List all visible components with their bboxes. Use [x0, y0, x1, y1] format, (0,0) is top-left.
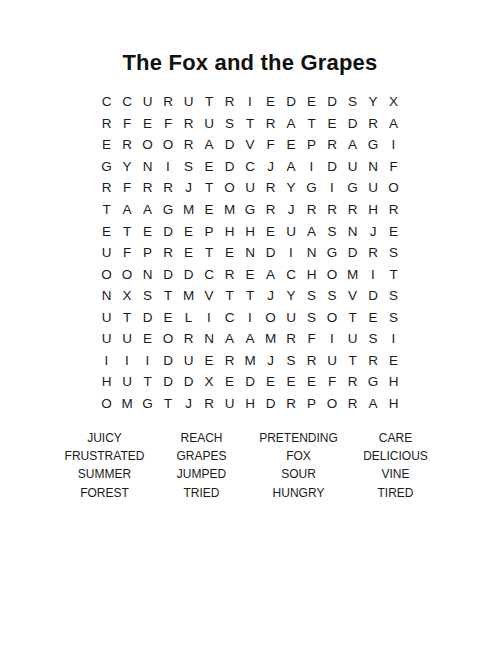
grid-cell-r13c7[interactable]: R	[219, 350, 240, 372]
grid-cell-r1c7[interactable]: R	[219, 91, 240, 113]
grid-cell-r7c13[interactable]: N	[342, 220, 363, 242]
grid-cell-r7c7[interactable]: H	[219, 220, 240, 242]
grid-cell-r6c15[interactable]: R	[383, 199, 404, 221]
grid-cell-r14c12[interactable]: F	[322, 371, 343, 393]
grid-cell-r15c11[interactable]: P	[301, 393, 322, 415]
grid-cell-r10c15[interactable]: S	[383, 285, 404, 307]
grid-cell-r5c4[interactable]: R	[158, 177, 179, 199]
grid-cell-r13c2[interactable]: I	[117, 350, 138, 372]
grid-cell-r7c5[interactable]: E	[178, 220, 199, 242]
grid-cell-r8c5[interactable]: E	[178, 242, 199, 264]
grid-cell-r3c14[interactable]: G	[363, 134, 384, 156]
grid-cell-r9c6[interactable]: C	[199, 263, 220, 285]
word-item-fox: FOX	[250, 447, 347, 465]
grid-cell-r4c13[interactable]: U	[342, 156, 363, 178]
grid-cell-r12c14[interactable]: S	[363, 328, 384, 350]
grid-cell-r3c2[interactable]: R	[117, 134, 138, 156]
grid-cell-r1c6[interactable]: T	[199, 91, 220, 113]
grid-cell-r6c4[interactable]: G	[158, 199, 179, 221]
grid-cell-r10c11[interactable]: S	[301, 285, 322, 307]
grid-cell-r5c6[interactable]: T	[199, 177, 220, 199]
grid-cell-r11c4[interactable]: E	[158, 306, 179, 328]
grid-cell-r8c1[interactable]: U	[96, 242, 117, 264]
grid-cell-r9c14[interactable]: I	[363, 263, 384, 285]
word-search-grid: CCURUTRIEDEDSYXRFEFRUSTRATEDRAEROORADVFE…	[96, 91, 404, 414]
grid-cell-r2c12[interactable]: E	[322, 113, 343, 135]
grid-cell-r3c9[interactable]: F	[260, 134, 281, 156]
grid-cell-r11c14[interactable]: E	[363, 306, 384, 328]
grid-cell-r4c9[interactable]: J	[260, 156, 281, 178]
grid-cell-r7c4[interactable]: D	[158, 220, 179, 242]
grid-cell-r7c12[interactable]: S	[322, 220, 343, 242]
grid-cell-r2c6[interactable]: U	[199, 113, 220, 135]
grid-cell-r14c7[interactable]: E	[219, 371, 240, 393]
grid-cell-r4c8[interactable]: C	[240, 156, 261, 178]
grid-cell-r9c9[interactable]: A	[260, 263, 281, 285]
puzzle-title: The Fox and the Grapes	[0, 50, 500, 76]
word-item-frustrated: FRUSTRATED	[56, 447, 153, 465]
grid-cell-r15c9[interactable]: D	[260, 393, 281, 415]
grid-cell-r8c2[interactable]: F	[117, 242, 138, 264]
grid-cell-r14c5[interactable]: D	[178, 371, 199, 393]
grid-cell-r9c4[interactable]: D	[158, 263, 179, 285]
grid-cell-r2c15[interactable]: A	[383, 113, 404, 135]
grid-cell-r9c12[interactable]: O	[322, 263, 343, 285]
grid-cell-r12c10[interactable]: R	[281, 328, 302, 350]
grid-cell-r12c3[interactable]: E	[137, 328, 158, 350]
word-item-sour: SOUR	[250, 465, 347, 483]
grid-cell-r12c5[interactable]: R	[178, 328, 199, 350]
word-item-delicious: DELICIOUS	[347, 447, 444, 465]
word-item-care: CARE	[347, 429, 444, 447]
grid-cell-r12c1[interactable]: U	[96, 328, 117, 350]
grid-cell-r6c6[interactable]: E	[199, 199, 220, 221]
grid-cell-r1c15[interactable]: X	[383, 91, 404, 113]
grid-cell-r14c4[interactable]: D	[158, 371, 179, 393]
grid-cell-r15c12[interactable]: O	[322, 393, 343, 415]
word-item-summer: SUMMER	[56, 465, 153, 483]
grid-cell-r10c7[interactable]: T	[219, 285, 240, 307]
grid-cell-r4c14[interactable]: N	[363, 156, 384, 178]
grid-cell-r12c8[interactable]: A	[240, 328, 261, 350]
grid-cell-r9c8[interactable]: E	[240, 263, 261, 285]
grid-cell-r11c6[interactable]: I	[199, 306, 220, 328]
grid-cell-r4c2[interactable]: Y	[117, 156, 138, 178]
grid-cell-r9c10[interactable]: C	[281, 263, 302, 285]
grid-cell-r8c13[interactable]: D	[342, 242, 363, 264]
grid-cell-r12c2[interactable]: U	[117, 328, 138, 350]
grid-cell-r2c2[interactable]: F	[117, 113, 138, 135]
grid-cell-r5c15[interactable]: O	[383, 177, 404, 199]
grid-cell-r12c6[interactable]: N	[199, 328, 220, 350]
grid-cell-r15c1[interactable]: O	[96, 393, 117, 415]
grid-cell-r14c11[interactable]: E	[301, 371, 322, 393]
grid-cell-r3c8[interactable]: V	[240, 134, 261, 156]
grid-cell-r11c9[interactable]: O	[260, 306, 281, 328]
grid-cell-r10c14[interactable]: D	[363, 285, 384, 307]
grid-cell-r4c3[interactable]: N	[137, 156, 158, 178]
grid-cell-r9c15[interactable]: T	[383, 263, 404, 285]
grid-cell-r14c2[interactable]: U	[117, 371, 138, 393]
grid-cell-r14c6[interactable]: X	[199, 371, 220, 393]
grid-cell-r2c10[interactable]: A	[281, 113, 302, 135]
grid-cell-r1c10[interactable]: D	[281, 91, 302, 113]
grid-cell-r8c8[interactable]: N	[240, 242, 261, 264]
grid-cell-r9c1[interactable]: O	[96, 263, 117, 285]
grid-cell-r7c15[interactable]: E	[383, 220, 404, 242]
grid-cell-r10c5[interactable]: M	[178, 285, 199, 307]
grid-cell-r9c3[interactable]: N	[137, 263, 158, 285]
grid-cell-r13c3[interactable]: I	[137, 350, 158, 372]
word-item-grapes: GRAPES	[153, 447, 250, 465]
word-item-pretending: PRETENDING	[250, 429, 347, 447]
grid-cell-r13c14[interactable]: R	[363, 350, 384, 372]
grid-cell-r11c1[interactable]: U	[96, 306, 117, 328]
grid-cell-r6c13[interactable]: R	[342, 199, 363, 221]
grid-cell-r14c14[interactable]: G	[363, 371, 384, 393]
grid-cell-r9c5[interactable]: D	[178, 263, 199, 285]
grid-cell-r9c11[interactable]: H	[301, 263, 322, 285]
grid-cell-r4c4[interactable]: I	[158, 156, 179, 178]
grid-cell-r14c1[interactable]: H	[96, 371, 117, 393]
grid-cell-r7c9[interactable]: E	[260, 220, 281, 242]
grid-cell-r13c10[interactable]: S	[281, 350, 302, 372]
grid-cell-r10c9[interactable]: J	[260, 285, 281, 307]
grid-cell-r8c6[interactable]: T	[199, 242, 220, 264]
grid-cell-r2c13[interactable]: D	[342, 113, 363, 135]
grid-cell-r10c8[interactable]: T	[240, 285, 261, 307]
grid-cell-r13c15[interactable]: E	[383, 350, 404, 372]
grid-cell-r10c13[interactable]: V	[342, 285, 363, 307]
grid-cell-r6c2[interactable]: A	[117, 199, 138, 221]
grid-cell-r6c1[interactable]: T	[96, 199, 117, 221]
grid-cell-r7c8[interactable]: H	[240, 220, 261, 242]
grid-cell-r11c7[interactable]: C	[219, 306, 240, 328]
grid-cell-r5c9[interactable]: R	[260, 177, 281, 199]
grid-cell-r11c15[interactable]: S	[383, 306, 404, 328]
grid-cell-r13c9[interactable]: J	[260, 350, 281, 372]
grid-cell-r14c13[interactable]: R	[342, 371, 363, 393]
grid-cell-r5c11[interactable]: G	[301, 177, 322, 199]
word-search-page: The Fox and the Grapes CCURUTRIEDEDSYXRF…	[0, 0, 500, 647]
grid-cell-r13c5[interactable]: U	[178, 350, 199, 372]
grid-cell-r7c6[interactable]: P	[199, 220, 220, 242]
grid-cell-r2c14[interactable]: R	[363, 113, 384, 135]
word-item-jumped: JUMPED	[153, 465, 250, 483]
grid-cell-r14c15[interactable]: H	[383, 371, 404, 393]
grid-cell-r15c8[interactable]: H	[240, 393, 261, 415]
word-item-hungry: HUNGRY	[250, 484, 347, 502]
grid-cell-r15c3[interactable]: G	[137, 393, 158, 415]
grid-cell-r15c13[interactable]: R	[342, 393, 363, 415]
grid-cell-r13c4[interactable]: D	[158, 350, 179, 372]
word-item-juicy: JUICY	[56, 429, 153, 447]
grid-cell-r5c7[interactable]: O	[219, 177, 240, 199]
grid-cell-r3c5[interactable]: R	[178, 134, 199, 156]
grid-cell-r4c12[interactable]: D	[322, 156, 343, 178]
grid-cell-r13c8[interactable]: M	[240, 350, 261, 372]
grid-cell-r15c15[interactable]: H	[383, 393, 404, 415]
grid-cell-r6c7[interactable]: M	[219, 199, 240, 221]
grid-cell-r12c7[interactable]: A	[219, 328, 240, 350]
grid-cell-r13c11[interactable]: R	[301, 350, 322, 372]
grid-cell-r7c2[interactable]: T	[117, 220, 138, 242]
grid-cell-r3c10[interactable]: E	[281, 134, 302, 156]
grid-cell-r5c2[interactable]: F	[117, 177, 138, 199]
grid-cell-r8c7[interactable]: E	[219, 242, 240, 264]
grid-cell-r1c9[interactable]: E	[260, 91, 281, 113]
grid-cell-r1c4[interactable]: R	[158, 91, 179, 113]
grid-cell-r14c9[interactable]: E	[260, 371, 281, 393]
grid-cell-r5c5[interactable]: J	[178, 177, 199, 199]
grid-cell-r3c12[interactable]: R	[322, 134, 343, 156]
grid-cell-r12c13[interactable]: U	[342, 328, 363, 350]
grid-cell-r3c6[interactable]: A	[199, 134, 220, 156]
grid-cell-r15c4[interactable]: T	[158, 393, 179, 415]
grid-cell-r11c5[interactable]: L	[178, 306, 199, 328]
grid-cell-r11c3[interactable]: D	[137, 306, 158, 328]
grid-cell-r14c8[interactable]: D	[240, 371, 261, 393]
grid-cell-r4c1[interactable]: G	[96, 156, 117, 178]
grid-cell-r8c11[interactable]: N	[301, 242, 322, 264]
grid-cell-r1c11[interactable]: E	[301, 91, 322, 113]
grid-cell-r8c3[interactable]: P	[137, 242, 158, 264]
word-item-tired: TIRED	[347, 484, 444, 502]
grid-cell-r11c10[interactable]: U	[281, 306, 302, 328]
grid-cell-r11c11[interactable]: S	[301, 306, 322, 328]
grid-cell-r1c8[interactable]: I	[240, 91, 261, 113]
grid-cell-r7c14[interactable]: J	[363, 220, 384, 242]
grid-cell-r4c10[interactable]: A	[281, 156, 302, 178]
word-list: JUICYREACHPRETENDINGCAREFRUSTRATEDGRAPES…	[56, 429, 444, 502]
grid-cell-r12c9[interactable]: M	[260, 328, 281, 350]
grid-cell-r15c5[interactable]: J	[178, 393, 199, 415]
grid-cell-r2c4[interactable]: F	[158, 113, 179, 135]
grid-cell-r8c4[interactable]: R	[158, 242, 179, 264]
grid-cell-r14c10[interactable]: E	[281, 371, 302, 393]
grid-cell-r6c3[interactable]: A	[137, 199, 158, 221]
word-item-tried: TRIED	[153, 484, 250, 502]
grid-cell-r2c1[interactable]: R	[96, 113, 117, 135]
grid-cell-r5c1[interactable]: R	[96, 177, 117, 199]
grid-cell-r5c8[interactable]: U	[240, 177, 261, 199]
grid-cell-r5c13[interactable]: G	[342, 177, 363, 199]
grid-cell-r7c1[interactable]: E	[96, 220, 117, 242]
grid-cell-r3c3[interactable]: O	[137, 134, 158, 156]
grid-cell-r7c11[interactable]: A	[301, 220, 322, 242]
grid-cell-r13c6[interactable]: E	[199, 350, 220, 372]
grid-cell-r11c13[interactable]: T	[342, 306, 363, 328]
grid-cell-r13c12[interactable]: U	[322, 350, 343, 372]
grid-cell-r7c10[interactable]: U	[281, 220, 302, 242]
grid-cell-r11c8[interactable]: I	[240, 306, 261, 328]
grid-cell-r4c7[interactable]: D	[219, 156, 240, 178]
grid-cell-r4c6[interactable]: E	[199, 156, 220, 178]
grid-cell-r2c7[interactable]: S	[219, 113, 240, 135]
grid-cell-r6c12[interactable]: R	[322, 199, 343, 221]
grid-cell-r6c11[interactable]: R	[301, 199, 322, 221]
grid-cell-r1c14[interactable]: Y	[363, 91, 384, 113]
grid-cell-r10c12[interactable]: S	[322, 285, 343, 307]
grid-cell-r12c4[interactable]: O	[158, 328, 179, 350]
grid-cell-r12c12[interactable]: I	[322, 328, 343, 350]
grid-cell-r14c3[interactable]: T	[137, 371, 158, 393]
grid-cell-r8c10[interactable]: I	[281, 242, 302, 264]
grid-cell-r8c15[interactable]: S	[383, 242, 404, 264]
grid-cell-r10c10[interactable]: Y	[281, 285, 302, 307]
grid-cell-r1c2[interactable]: C	[117, 91, 138, 113]
grid-cell-r12c15[interactable]: I	[383, 328, 404, 350]
grid-cell-r4c15[interactable]: F	[383, 156, 404, 178]
grid-cell-r2c3[interactable]: E	[137, 113, 158, 135]
grid-cell-r15c10[interactable]: R	[281, 393, 302, 415]
grid-cell-r9c7[interactable]: R	[219, 263, 240, 285]
grid-cell-r3c15[interactable]: I	[383, 134, 404, 156]
grid-cell-r5c3[interactable]: R	[137, 177, 158, 199]
grid-cell-r10c1[interactable]: N	[96, 285, 117, 307]
grid-cell-r1c5[interactable]: U	[178, 91, 199, 113]
grid-cell-r11c2[interactable]: T	[117, 306, 138, 328]
grid-cell-r6c10[interactable]: J	[281, 199, 302, 221]
word-item-vine: VINE	[347, 465, 444, 483]
grid-cell-r1c3[interactable]: U	[137, 91, 158, 113]
word-item-forest: FOREST	[56, 484, 153, 502]
grid-cell-r15c6[interactable]: R	[199, 393, 220, 415]
grid-cell-r15c2[interactable]: M	[117, 393, 138, 415]
grid-cell-r5c10[interactable]: Y	[281, 177, 302, 199]
grid-cell-r2c5[interactable]: R	[178, 113, 199, 135]
grid-cell-r6c5[interactable]: M	[178, 199, 199, 221]
grid-cell-r3c13[interactable]: A	[342, 134, 363, 156]
grid-cell-r1c12[interactable]: D	[322, 91, 343, 113]
grid-cell-r15c14[interactable]: A	[363, 393, 384, 415]
grid-cell-r12c11[interactable]: F	[301, 328, 322, 350]
grid-cell-r5c14[interactable]: U	[363, 177, 384, 199]
grid-cell-r9c2[interactable]: O	[117, 263, 138, 285]
grid-cell-r10c2[interactable]: X	[117, 285, 138, 307]
grid-cell-r13c13[interactable]: T	[342, 350, 363, 372]
grid-cell-r8c12[interactable]: G	[322, 242, 343, 264]
grid-cell-r15c7[interactable]: U	[219, 393, 240, 415]
grid-cell-r3c1[interactable]: E	[96, 134, 117, 156]
grid-cell-r8c9[interactable]: D	[260, 242, 281, 264]
grid-cell-r3c4[interactable]: O	[158, 134, 179, 156]
grid-cell-r5c12[interactable]: I	[322, 177, 343, 199]
grid-cell-r2c9[interactable]: R	[260, 113, 281, 135]
grid-cell-r4c5[interactable]: S	[178, 156, 199, 178]
grid-cell-r11c12[interactable]: O	[322, 306, 343, 328]
grid-cell-r13c1[interactable]: I	[96, 350, 117, 372]
grid-cell-r4c11[interactable]: I	[301, 156, 322, 178]
grid-cell-r3c7[interactable]: D	[219, 134, 240, 156]
grid-cell-r2c11[interactable]: T	[301, 113, 322, 135]
grid-cell-r1c1[interactable]: C	[96, 91, 117, 113]
grid-cell-r6c14[interactable]: H	[363, 199, 384, 221]
grid-cell-r10c4[interactable]: T	[158, 285, 179, 307]
grid-cell-r9c13[interactable]: M	[342, 263, 363, 285]
word-item-reach: REACH	[153, 429, 250, 447]
grid-cell-r10c3[interactable]: S	[137, 285, 158, 307]
grid-cell-r10c6[interactable]: V	[199, 285, 220, 307]
grid-cell-r3c11[interactable]: P	[301, 134, 322, 156]
grid-cell-r2c8[interactable]: T	[240, 113, 261, 135]
grid-cell-r8c14[interactable]: R	[363, 242, 384, 264]
grid-cell-r7c3[interactable]: E	[137, 220, 158, 242]
grid-cell-r6c9[interactable]: R	[260, 199, 281, 221]
grid-cell-r1c13[interactable]: S	[342, 91, 363, 113]
grid-cell-r6c8[interactable]: G	[240, 199, 261, 221]
